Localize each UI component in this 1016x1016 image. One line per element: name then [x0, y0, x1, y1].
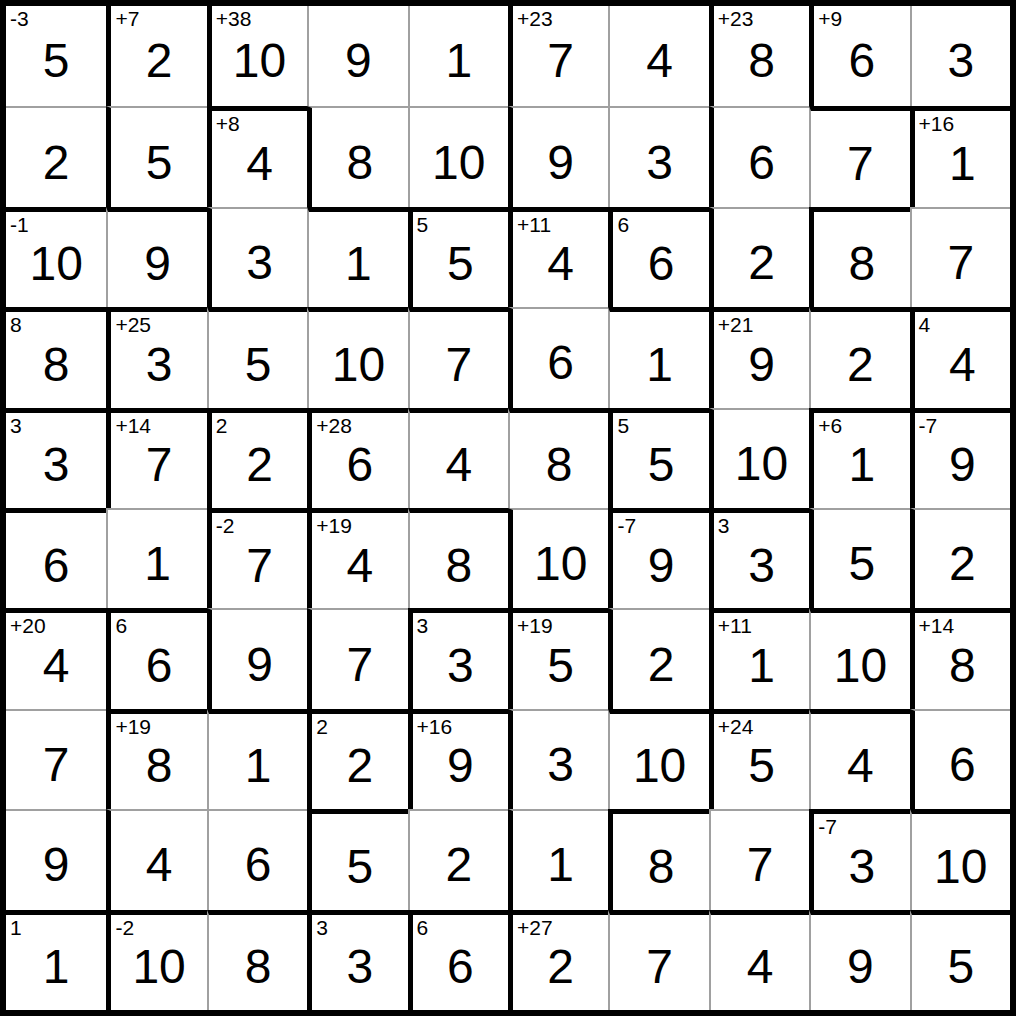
cage-clue: -2	[115, 917, 134, 938]
cell-r8c10[interactable]: 6	[910, 709, 1010, 809]
cell-value: 5	[648, 431, 675, 489]
cell-r2c1[interactable]: 2	[6, 106, 106, 206]
cell-r7c3[interactable]: 9	[207, 608, 307, 708]
cell-r4c5[interactable]: 7	[408, 307, 508, 407]
cell-value: 10	[834, 632, 887, 690]
cell-value: 8	[849, 230, 876, 288]
cell-value: 4	[347, 532, 374, 590]
cell-value: 10	[633, 732, 686, 790]
cage-clue: -7	[919, 415, 938, 436]
cell-value: 5	[245, 331, 272, 389]
cage-clue: +24	[718, 716, 754, 737]
cell-value: 3	[146, 331, 173, 389]
cell-value: 7	[646, 933, 673, 991]
cage-clue: 1	[10, 917, 22, 938]
cell-value: 9	[43, 831, 70, 889]
cage-clue: +19	[115, 716, 151, 737]
cage-clue: 8	[10, 314, 22, 335]
cell-value: 7	[445, 331, 472, 389]
cell-value: 1	[445, 27, 472, 85]
cage-clue: 2	[316, 716, 328, 737]
cage-clue: 6	[617, 214, 629, 235]
cell-r8c2[interactable]: +198	[106, 709, 206, 809]
cell-r8c8[interactable]: +245	[709, 709, 809, 809]
cell-r1c4[interactable]: 9	[307, 6, 407, 106]
cell-r6c6[interactable]: 10	[508, 508, 608, 608]
cell-value: 3	[447, 632, 474, 690]
cell-value: 2	[43, 129, 70, 187]
cell-value: 5	[43, 27, 70, 85]
cell-r9c9[interactable]: -73	[809, 809, 909, 909]
cage-clue: 3	[316, 917, 328, 938]
cage-clue: 2	[216, 415, 228, 436]
cell-value: 5	[146, 129, 173, 187]
cell-value: 10	[332, 331, 385, 389]
cell-value: 6	[447, 933, 474, 991]
cell-value: 3	[849, 833, 876, 891]
cell-value: 7	[246, 532, 273, 590]
cell-value: 1	[43, 933, 70, 991]
cell-value: 7	[847, 130, 874, 188]
cell-r2c3[interactable]: +84	[207, 106, 307, 206]
cage-clue: 4	[919, 314, 931, 335]
cell-r4c1[interactable]: 88	[6, 307, 106, 407]
cage-clue: +6	[818, 415, 842, 436]
cell-r2c6[interactable]: 9	[508, 106, 608, 206]
cell-value: 8	[347, 129, 374, 187]
cell-r8c1[interactable]: 7	[6, 709, 106, 809]
cell-value: 2	[146, 27, 173, 85]
cage-clue: +16	[919, 113, 955, 134]
cage-clue: +9	[818, 8, 842, 29]
cell-r5c9[interactable]: +61	[809, 408, 909, 508]
cell-r1c8[interactable]: +238	[709, 6, 809, 106]
cell-value: 8	[949, 632, 976, 690]
cell-value: 10	[30, 230, 83, 288]
cage-clue: +20	[10, 615, 46, 636]
cell-value: 9	[144, 230, 171, 288]
cell-value: 9	[949, 431, 976, 489]
cell-value: 5	[447, 230, 474, 288]
cell-value: 9	[648, 532, 675, 590]
cell-value: 2	[847, 331, 874, 389]
cell-r5c4[interactable]: +286	[307, 408, 407, 508]
cell-value: 4	[747, 933, 774, 991]
cell-value: 10	[432, 129, 485, 187]
cell-value: 8	[748, 27, 775, 85]
cell-r6c7[interactable]: -79	[608, 508, 708, 608]
cell-r4c2[interactable]: +253	[106, 307, 206, 407]
cell-r6c1[interactable]: 6	[6, 508, 106, 608]
cell-r6c2[interactable]: 1	[106, 508, 206, 608]
cell-value: 8	[43, 331, 70, 389]
cell-value: 1	[345, 230, 372, 288]
cell-value: 1	[949, 130, 976, 188]
cell-r8c5[interactable]: +169	[408, 709, 508, 809]
cell-value: 1	[245, 732, 272, 790]
cell-value: 8	[648, 833, 675, 891]
cell-r8c3[interactable]: 1	[207, 709, 307, 809]
cell-r5c3[interactable]: 22	[207, 408, 307, 508]
cell-r10c4[interactable]: 33	[307, 910, 407, 1010]
cage-clue: +23	[517, 8, 553, 29]
cell-r4c6[interactable]: 6	[508, 307, 608, 407]
cell-r10c7[interactable]: 7	[608, 910, 708, 1010]
cell-r3c6[interactable]: +114	[508, 207, 608, 307]
cell-value: 2	[949, 530, 976, 588]
cell-r1c6[interactable]: +237	[508, 6, 608, 106]
cell-value: 6	[849, 27, 876, 85]
cell-r5c5[interactable]: 4	[408, 408, 508, 508]
cell-value: 10	[132, 933, 185, 991]
cell-r10c2[interactable]: -210	[106, 910, 206, 1010]
cell-r10c10[interactable]: 5	[910, 910, 1010, 1010]
cell-value: 9	[847, 933, 874, 991]
cell-r6c9[interactable]: 5	[809, 508, 909, 608]
cell-r10c1[interactable]: 11	[6, 910, 106, 1010]
cell-r3c1[interactable]: -110	[6, 207, 106, 307]
cell-value: 3	[748, 532, 775, 590]
cell-value: 3	[347, 933, 374, 991]
cell-value: 3	[246, 229, 273, 287]
cell-value: 6	[648, 230, 675, 288]
cell-r6c5[interactable]: 8	[408, 508, 508, 608]
cell-r2c8[interactable]: 6	[709, 106, 809, 206]
cell-r8c4[interactable]: 22	[307, 709, 407, 809]
cell-value: 1	[646, 331, 673, 389]
cage-clue: +19	[316, 515, 352, 536]
cell-value: 1	[144, 530, 171, 588]
cell-r9c5[interactable]: 2	[408, 809, 508, 909]
cell-r6c4[interactable]: +194	[307, 508, 407, 608]
cell-r6c8[interactable]: 33	[709, 508, 809, 608]
cell-r9c8[interactable]: 7	[709, 809, 809, 909]
cell-value: 4	[43, 632, 70, 690]
cell-value: 2	[748, 229, 775, 287]
cell-value: 3	[547, 731, 574, 789]
cell-r5c10[interactable]: -79	[910, 408, 1010, 508]
cage-clue: -2	[216, 515, 235, 536]
cell-r4c9[interactable]: 2	[809, 307, 909, 407]
cell-r7c1[interactable]: +204	[6, 608, 106, 708]
cell-r7c5[interactable]: 33	[408, 608, 508, 708]
cage-clue: 5	[417, 214, 429, 235]
cage-clue: +25	[115, 314, 151, 335]
cell-value: 1	[748, 632, 775, 690]
cell-r9c4[interactable]: 5	[307, 809, 407, 909]
cage-clue: +11	[718, 615, 752, 636]
cell-r5c2[interactable]: +147	[106, 408, 206, 508]
cage-clue: 6	[417, 917, 429, 938]
cell-r9c7[interactable]: 8	[608, 809, 708, 909]
cage-clue: 3	[417, 615, 429, 636]
cell-value: 7	[947, 229, 974, 287]
cell-r9c6[interactable]: 1	[508, 809, 608, 909]
cell-value: 7	[547, 27, 574, 85]
cell-value: 9	[748, 331, 775, 389]
cell-r9c2[interactable]: 4	[106, 809, 206, 909]
cell-value: 2	[648, 631, 675, 689]
cage-clue: 3	[718, 515, 730, 536]
cell-value: 8	[546, 431, 573, 489]
cage-clue: +7	[115, 8, 139, 29]
cell-r10c9[interactable]: 9	[809, 910, 909, 1010]
cell-r1c7[interactable]: 4	[608, 6, 708, 106]
cell-value: 6	[347, 431, 374, 489]
cage-clue: -3	[10, 8, 29, 29]
cell-value: 7	[146, 431, 173, 489]
cell-value: 3	[646, 129, 673, 187]
cell-value: 7	[43, 731, 70, 789]
cell-r5c7[interactable]: 55	[608, 408, 708, 508]
cell-value: 4	[146, 831, 173, 889]
cell-r10c8[interactable]: 4	[709, 910, 809, 1010]
cell-r8c9[interactable]: 4	[809, 709, 909, 809]
cell-value: 8	[245, 933, 272, 991]
cell-r3c7[interactable]: 66	[608, 207, 708, 307]
cell-r4c7[interactable]: 1	[608, 307, 708, 407]
cell-value: 2	[547, 933, 574, 991]
cell-r1c1[interactable]: -35	[6, 6, 106, 106]
cell-r5c8[interactable]: 10	[709, 408, 809, 508]
cell-r2c9[interactable]: 7	[809, 106, 909, 206]
cell-r10c3[interactable]: 8	[207, 910, 307, 1010]
cell-value: 2	[246, 431, 273, 489]
cell-r10c6[interactable]: +272	[508, 910, 608, 1010]
cell-r3c4[interactable]: 1	[307, 207, 407, 307]
cell-r2c2[interactable]: 5	[106, 106, 206, 206]
cage-clue: +16	[417, 716, 453, 737]
cell-value: 9	[447, 732, 474, 790]
cell-value: 4	[646, 27, 673, 85]
cell-r3c3[interactable]: 3	[207, 207, 307, 307]
cell-r5c6[interactable]: 8	[508, 408, 608, 508]
cell-r2c5[interactable]: 10	[408, 106, 508, 206]
cell-r9c1[interactable]: 9	[6, 809, 106, 909]
cell-value: 2	[445, 831, 472, 889]
cage-clue: -1	[10, 214, 29, 235]
cell-value: 5	[748, 732, 775, 790]
cage-clue: 5	[617, 415, 629, 436]
cage-clue: +38	[216, 8, 252, 29]
cell-r1c5[interactable]: 1	[408, 6, 508, 106]
cell-value: 6	[146, 632, 173, 690]
cell-r2c4[interactable]: 8	[307, 106, 407, 206]
cell-value: 6	[43, 532, 70, 590]
cage-clue: +14	[919, 615, 955, 636]
cage-clue: +14	[115, 415, 151, 436]
cell-r3c8[interactable]: 2	[709, 207, 809, 307]
cell-value: 7	[747, 831, 774, 889]
calcudoku-board: -35+72+381091+2374+238+96325+848109367+1…	[0, 0, 1016, 1016]
cell-value: 9	[547, 129, 574, 187]
cage-clue: +19	[517, 615, 553, 636]
cell-r5c1[interactable]: 33	[6, 408, 106, 508]
cell-r1c3[interactable]: +3810	[207, 6, 307, 106]
cell-value: 8	[445, 532, 472, 590]
cell-value: 4	[547, 230, 574, 288]
cage-clue: -7	[818, 816, 837, 837]
cell-value: 4	[445, 431, 472, 489]
cell-value: 4	[847, 732, 874, 790]
cell-value: 6	[949, 731, 976, 789]
cage-clue: +8	[216, 113, 240, 134]
cell-r1c9[interactable]: +96	[809, 6, 909, 106]
cell-value: 5	[947, 933, 974, 991]
cell-value: 5	[849, 530, 876, 588]
cell-value: 8	[146, 732, 173, 790]
cage-clue: +27	[517, 917, 553, 938]
cell-value: 9	[246, 631, 273, 689]
cell-r7c10[interactable]: +148	[910, 608, 1010, 708]
cell-r4c8[interactable]: +219	[709, 307, 809, 407]
cell-value: 10	[534, 530, 587, 588]
cell-r2c10[interactable]: +161	[910, 106, 1010, 206]
cell-r7c7[interactable]: 2	[608, 608, 708, 708]
cell-value: 2	[347, 732, 374, 790]
cell-r9c3[interactable]: 6	[207, 809, 307, 909]
cell-value: 6	[245, 831, 272, 889]
cell-value: 7	[347, 631, 374, 689]
cell-value: 6	[547, 329, 574, 387]
cell-r4c4[interactable]: 10	[307, 307, 407, 407]
cell-r10c5[interactable]: 66	[408, 910, 508, 1010]
cell-value: 10	[233, 27, 286, 85]
cell-value: 3	[947, 27, 974, 85]
cell-r8c6[interactable]: 3	[508, 709, 608, 809]
cell-r3c2[interactable]: 9	[106, 207, 206, 307]
cell-value: 10	[934, 833, 987, 891]
cell-r7c9[interactable]: 10	[809, 608, 909, 708]
cell-r8c7[interactable]: 10	[608, 709, 708, 809]
cell-r4c3[interactable]: 5	[207, 307, 307, 407]
cage-clue: +28	[316, 415, 352, 436]
cell-value: 4	[246, 130, 273, 188]
cage-clue: 3	[10, 415, 22, 436]
cell-r4c10[interactable]: 44	[910, 307, 1010, 407]
cage-clue: +11	[517, 214, 551, 235]
cell-r2c7[interactable]: 3	[608, 106, 708, 206]
cage-clue: +23	[718, 8, 754, 29]
cell-value: 5	[347, 833, 374, 891]
cell-value: 4	[949, 331, 976, 389]
cell-value: 9	[345, 27, 372, 85]
cell-value: 1	[547, 831, 574, 889]
cell-value: 5	[547, 632, 574, 690]
cage-clue: +21	[718, 314, 754, 335]
cage-clue: 6	[115, 615, 127, 636]
cell-r7c8[interactable]: +111	[709, 608, 809, 708]
cell-r3c10[interactable]: 7	[910, 207, 1010, 307]
cell-r6c10[interactable]: 2	[910, 508, 1010, 608]
cell-r6c3[interactable]: -27	[207, 508, 307, 608]
cage-clue: -7	[617, 515, 636, 536]
cell-r1c10[interactable]: 3	[910, 6, 1010, 106]
cell-r7c2[interactable]: 66	[106, 608, 206, 708]
cell-value: 6	[748, 129, 775, 187]
cell-r9c10[interactable]: 10	[910, 809, 1010, 909]
cell-r3c9[interactable]: 8	[809, 207, 909, 307]
cell-value: 1	[849, 431, 876, 489]
cell-value: 10	[735, 430, 788, 488]
cell-r7c6[interactable]: +195	[508, 608, 608, 708]
cell-value: 3	[43, 431, 70, 489]
cell-r1c2[interactable]: +72	[106, 6, 206, 106]
cell-r3c5[interactable]: 55	[408, 207, 508, 307]
cell-r7c4[interactable]: 7	[307, 608, 407, 708]
